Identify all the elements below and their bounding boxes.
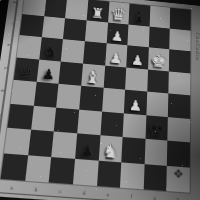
square-h7[interactable] [170, 28, 191, 51]
square-g3[interactable]: ♚ [145, 115, 168, 141]
rank-label-6: 6 [0, 40, 21, 50]
file-label-c: c [48, 188, 73, 195]
square-g6[interactable]: ♚ [148, 47, 170, 71]
piece-black-knight-b6[interactable]: ♞ [43, 43, 59, 60]
square-b6[interactable]: ♞ [39, 37, 63, 61]
square-e3[interactable] [100, 111, 124, 137]
square-c1[interactable] [49, 157, 75, 185]
square-f2[interactable] [121, 137, 145, 164]
square-h2[interactable] [167, 141, 190, 168]
square-b2[interactable] [28, 130, 54, 157]
square-e6[interactable]: ♟ [105, 43, 128, 67]
square-f1[interactable] [120, 162, 144, 189]
rank-label-2: 2 [0, 134, 9, 145]
rank-label-4: 4 [0, 85, 15, 96]
square-h8[interactable] [170, 8, 191, 30]
chess-board: ♜♛♝♟♞♟♟♚♛♟♝♟♚♟♞❖ [1, 0, 191, 193]
file-label-e: e [96, 191, 120, 198]
piece-white-knight-e2[interactable]: ♞ [102, 142, 119, 161]
film-grain [0, 0, 1, 1]
square-c8[interactable] [65, 0, 88, 20]
chess-board-frame: ♜♛♝♟♞♟♟♚♛♟♝♟♚♟♞❖ abcdefgh 87654321 ChaCa… [0, 0, 200, 200]
square-d8[interactable]: ♜ [87, 0, 109, 22]
square-e1[interactable] [97, 160, 122, 188]
square-d3[interactable] [77, 109, 102, 135]
piece-black-pawn-b5[interactable]: ♟ [41, 67, 56, 82]
piece-black-bishop-f8[interactable]: ♝ [132, 8, 147, 25]
piece-white-king-g6[interactable]: ♚ [151, 52, 167, 70]
piece-black-king-g3[interactable]: ♚ [148, 119, 165, 139]
square-h6[interactable] [169, 49, 190, 73]
square-g8[interactable] [149, 6, 170, 29]
square-f3[interactable] [123, 113, 146, 139]
square-c4[interactable] [56, 84, 81, 109]
square-d7[interactable] [85, 20, 108, 43]
rank-label-3: 3 [0, 109, 12, 120]
square-f7[interactable] [127, 24, 149, 47]
square-d5[interactable]: ♝ [81, 63, 105, 88]
square-h4[interactable] [168, 93, 190, 118]
square-e4[interactable] [102, 88, 126, 113]
square-g1[interactable] [143, 164, 167, 191]
square-b7[interactable] [41, 16, 65, 39]
square-d2[interactable]: ♟ [75, 133, 100, 160]
file-label-a: a [0, 184, 24, 191]
square-f6[interactable]: ♟ [126, 45, 148, 69]
rank-label-7: 7 [0, 18, 24, 28]
square-h3[interactable] [168, 117, 190, 143]
piece-white-pawn-f6[interactable]: ♟ [131, 53, 144, 68]
square-g7[interactable] [149, 26, 170, 49]
piece-white-pawn-f4[interactable]: ♟ [129, 98, 143, 113]
square-a5[interactable]: ♛ [14, 57, 39, 82]
square-b3[interactable] [31, 105, 57, 131]
frame-engraving-text: ChaCadia [195, 32, 200, 61]
square-g5[interactable] [147, 69, 169, 93]
square-e8[interactable]: ♛ [108, 2, 130, 25]
square-d1[interactable] [73, 158, 98, 186]
square-e2[interactable]: ♞ [98, 135, 122, 162]
square-h1[interactable]: ❖ [167, 165, 190, 192]
file-label-f: f [120, 193, 144, 200]
square-d6[interactable] [83, 41, 106, 65]
square-c7[interactable] [63, 18, 86, 41]
square-c2[interactable] [52, 131, 78, 158]
piece-black-queen-a5[interactable]: ♛ [17, 61, 36, 81]
piece-white-bishop-d5[interactable]: ♝ [84, 68, 101, 86]
square-f8[interactable]: ♝ [129, 4, 151, 27]
file-label-b: b [24, 186, 49, 193]
square-f5[interactable] [125, 67, 148, 91]
piece-white-pawn-e7[interactable]: ♟ [111, 30, 124, 44]
square-b4[interactable] [34, 82, 59, 107]
square-c5[interactable] [59, 61, 83, 86]
piece-white-rook-d8[interactable]: ♜ [90, 6, 104, 21]
square-c6[interactable] [61, 39, 85, 63]
file-label-g: g [143, 195, 166, 200]
file-label-d: d [72, 190, 96, 197]
square-b5[interactable]: ♟ [36, 59, 61, 84]
square-g2[interactable] [144, 139, 167, 166]
photo-scene: ♜♛♝♟♞♟♟♚♛♟♝♟♚♟♞❖ abcdefgh 87654321 ChaCa… [0, 0, 200, 200]
square-e7[interactable]: ♟ [106, 22, 128, 45]
square-f4[interactable]: ♟ [124, 90, 147, 115]
square-g4[interactable] [146, 92, 169, 117]
board-maker-ornament: ❖ [173, 168, 184, 181]
piece-white-pawn-e6[interactable]: ♟ [109, 51, 123, 66]
piece-black-pawn-d2[interactable]: ♟ [80, 142, 95, 158]
square-c3[interactable] [54, 107, 79, 133]
piece-white-queen-e8[interactable]: ♛ [110, 6, 127, 24]
square-h5[interactable] [169, 71, 191, 95]
square-b1[interactable] [25, 155, 52, 183]
rank-label-8: 8 [3, 0, 27, 7]
square-e5[interactable] [103, 65, 126, 90]
square-d4[interactable] [79, 86, 103, 111]
file-label-h: h [166, 196, 189, 200]
